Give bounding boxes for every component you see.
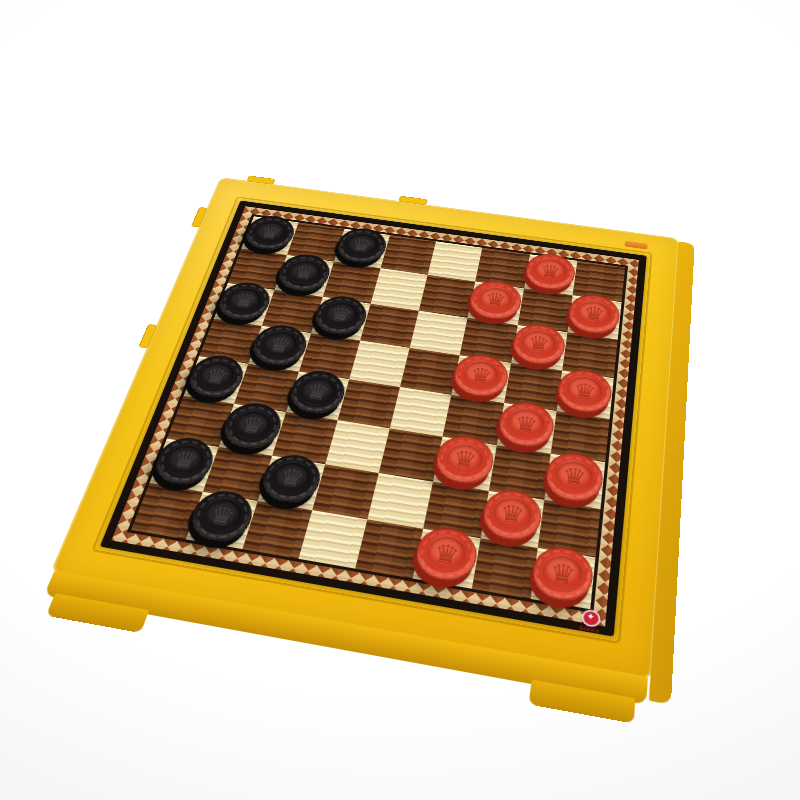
board-print-outer-band: ♛♛♛♛♛♛♛♛♛♛♛♛♛♛♛♛♛♛♛♛♛♛♛♛ ✦ Estrela	[100, 201, 647, 637]
crown-emboss: ♛	[538, 262, 562, 282]
crown-emboss: ♛	[291, 263, 318, 283]
crown-emboss: ♛	[572, 379, 598, 403]
crown-emboss: ♛	[468, 364, 495, 387]
square-c6-r8[interactable]: ♛	[413, 529, 480, 589]
hinge-tab	[399, 196, 428, 206]
crown-emboss: ♛	[526, 333, 552, 355]
red-piece[interactable]: ♛	[523, 251, 577, 293]
crown-emboss: ♛	[513, 412, 540, 437]
crown-emboss: ♛	[561, 464, 588, 491]
square-c5-r8[interactable]	[355, 519, 423, 578]
crown-emboss: ♛	[238, 413, 268, 438]
crown-emboss: ♛	[169, 448, 201, 474]
crown-emboss: ♛	[257, 223, 283, 242]
hinge-tab	[246, 175, 275, 184]
crown-emboss: ♛	[202, 365, 232, 388]
crown-emboss: ♛	[497, 501, 526, 529]
orange-latch[interactable]	[624, 241, 647, 250]
hinge-tab	[191, 207, 208, 228]
crown-emboss: ♛	[349, 236, 375, 255]
crown-emboss: ♛	[582, 303, 606, 324]
square-c7-r8[interactable]	[471, 538, 537, 599]
crown-emboss: ♛	[206, 502, 238, 530]
crown-emboss: ♛	[483, 289, 508, 310]
crown-emboss: ♛	[266, 334, 294, 356]
crown-emboss: ♛	[303, 380, 332, 404]
square-c8-r8[interactable]: ♛	[530, 548, 595, 610]
crown-emboss: ♛	[450, 446, 478, 472]
crown-emboss: ♛	[276, 465, 307, 492]
crown-emboss: ♛	[431, 539, 461, 568]
board-frame-line: ♛♛♛♛♛♛♛♛♛♛♛♛♛♛♛♛♛♛♛♛♛♛♛♛	[127, 214, 628, 613]
product-photo-background: ♛♛♛♛♛♛♛♛♛♛♛♛♛♛♛♛♛♛♛♛♛♛♛♛ ✦ Estrela	[0, 0, 800, 800]
crown-emboss: ♛	[231, 290, 259, 311]
crown-emboss: ♛	[548, 559, 577, 589]
crown-emboss: ♛	[327, 304, 354, 325]
